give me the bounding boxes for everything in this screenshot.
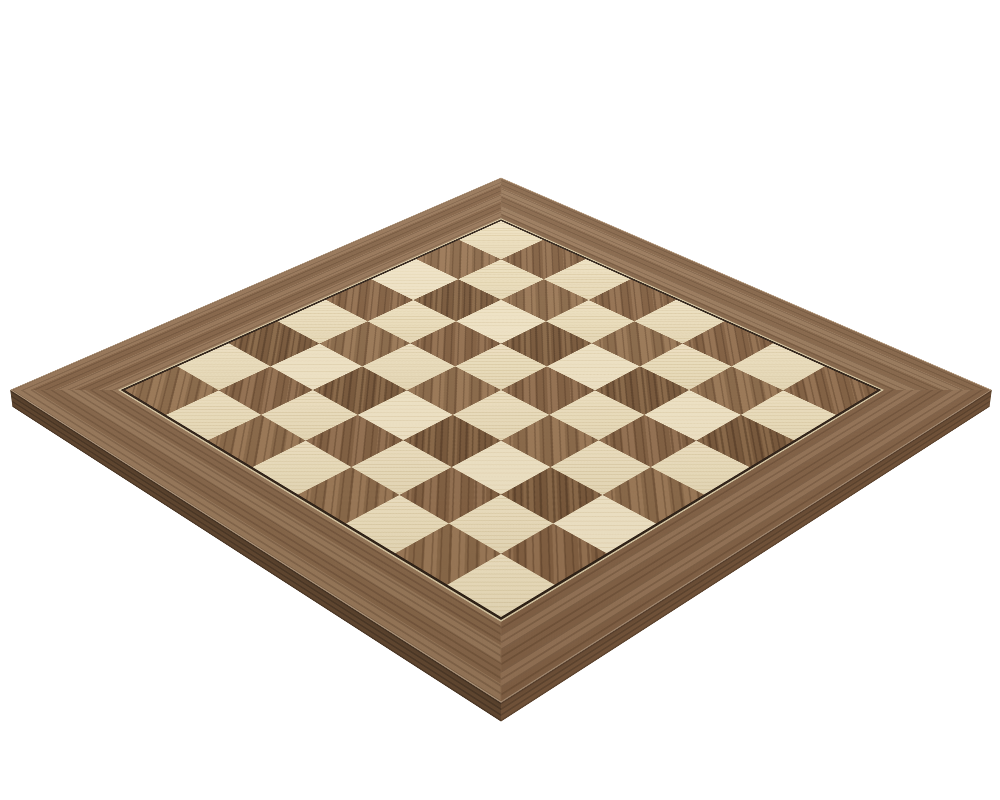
square-h7[interactable] — [741, 390, 837, 440]
square-c2[interactable] — [261, 390, 357, 440]
square-g3[interactable] — [501, 467, 602, 523]
square-d3[interactable] — [357, 390, 453, 440]
square-c1[interactable] — [208, 415, 306, 467]
square-h3[interactable] — [553, 495, 657, 554]
square-f2[interactable] — [400, 467, 501, 523]
square-d2[interactable] — [306, 415, 404, 467]
square-h1[interactable] — [447, 553, 555, 617]
square-h6[interactable] — [696, 415, 794, 467]
square-f4[interactable] — [501, 415, 599, 467]
square-e2[interactable] — [352, 440, 452, 494]
chessboard — [10, 178, 991, 703]
square-f5[interactable] — [549, 390, 645, 440]
square-e4[interactable] — [453, 390, 549, 440]
square-h4[interactable] — [602, 467, 703, 523]
product-photo-scene — [0, 0, 1000, 800]
square-g4[interactable] — [551, 440, 651, 494]
square-d1[interactable] — [252, 440, 352, 494]
playing-area — [121, 219, 882, 620]
square-g2[interactable] — [449, 495, 553, 554]
square-b1[interactable] — [166, 390, 262, 440]
square-f1[interactable] — [346, 495, 450, 554]
square-f3[interactable] — [451, 440, 551, 494]
square-g5[interactable] — [599, 415, 697, 467]
square-g6[interactable] — [645, 390, 741, 440]
square-e3[interactable] — [403, 415, 501, 467]
square-g1[interactable] — [395, 523, 501, 584]
square-h2[interactable] — [501, 523, 607, 584]
square-h5[interactable] — [650, 440, 750, 494]
squares-grid — [125, 221, 877, 617]
square-e1[interactable] — [298, 467, 399, 523]
